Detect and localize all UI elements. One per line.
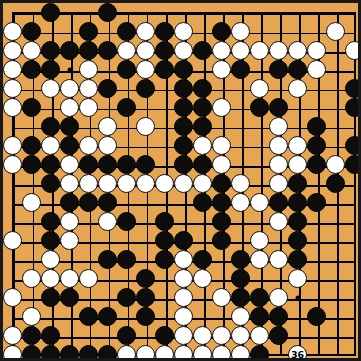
black-stone <box>98 193 117 212</box>
white-stone <box>269 174 288 193</box>
white-stone <box>269 250 288 269</box>
black-stone <box>345 136 361 155</box>
black-stone <box>307 155 326 174</box>
black-stone <box>193 79 212 98</box>
white-stone <box>41 79 60 98</box>
white-stone <box>174 345 193 361</box>
white-stone <box>269 155 288 174</box>
black-stone <box>174 79 193 98</box>
black-stone <box>60 41 79 60</box>
black-stone <box>136 269 155 288</box>
white-stone <box>79 174 98 193</box>
white-stone <box>117 345 136 361</box>
black-stone <box>345 155 361 174</box>
black-stone <box>22 22 41 41</box>
white-stone <box>174 41 193 60</box>
white-stone <box>231 345 250 361</box>
white-stone <box>3 22 22 41</box>
white-stone <box>269 117 288 136</box>
white-stone <box>22 269 41 288</box>
black-stone <box>41 212 60 231</box>
black-stone <box>22 155 41 174</box>
black-stone <box>117 288 136 307</box>
black-stone <box>41 41 60 60</box>
black-stone <box>79 307 98 326</box>
white-stone <box>288 79 307 98</box>
black-stone <box>193 155 212 174</box>
black-stone <box>193 250 212 269</box>
black-stone <box>60 345 79 361</box>
black-stone <box>41 3 60 22</box>
black-stone <box>193 117 212 136</box>
black-stone <box>269 326 288 345</box>
black-stone <box>155 326 174 345</box>
white-stone <box>60 212 79 231</box>
white-stone <box>250 41 269 60</box>
black-stone <box>250 307 269 326</box>
white-stone <box>174 288 193 307</box>
black-stone <box>41 155 60 174</box>
white-stone <box>250 193 269 212</box>
black-stone <box>193 98 212 117</box>
black-stone <box>79 155 98 174</box>
white-stone <box>3 41 22 60</box>
white-stone <box>136 345 155 361</box>
white-stone <box>250 79 269 98</box>
white-stone <box>136 117 155 136</box>
white-stone <box>307 41 326 60</box>
white-stone <box>288 41 307 60</box>
white-stone: 36 <box>288 345 307 361</box>
white-stone <box>3 345 22 361</box>
white-stone <box>326 155 345 174</box>
white-stone <box>288 136 307 155</box>
black-stone <box>155 22 174 41</box>
white-stone <box>136 22 155 41</box>
white-stone <box>174 250 193 269</box>
white-stone <box>3 136 22 155</box>
white-stone <box>212 41 231 60</box>
white-stone <box>60 79 79 98</box>
black-stone <box>136 288 155 307</box>
white-stone <box>231 193 250 212</box>
white-stone <box>136 174 155 193</box>
white-stone <box>136 60 155 79</box>
black-stone <box>307 193 326 212</box>
black-stone <box>250 288 269 307</box>
black-stone <box>22 60 41 79</box>
white-stone <box>345 41 361 60</box>
white-stone <box>22 193 41 212</box>
black-stone <box>288 60 307 79</box>
black-stone <box>155 231 174 250</box>
white-stone <box>3 98 22 117</box>
white-stone <box>60 231 79 250</box>
white-stone <box>117 41 136 60</box>
white-stone <box>288 155 307 174</box>
black-stone <box>269 98 288 117</box>
black-stone <box>250 345 269 361</box>
black-stone <box>117 22 136 41</box>
black-stone <box>98 250 117 269</box>
white-stone <box>174 174 193 193</box>
black-stone <box>212 193 231 212</box>
white-stone <box>3 231 22 250</box>
black-stone <box>231 250 250 269</box>
white-stone <box>155 174 174 193</box>
black-stone <box>288 250 307 269</box>
white-stone <box>3 326 22 345</box>
white-stone <box>60 155 79 174</box>
white-stone <box>174 307 193 326</box>
black-stone <box>155 250 174 269</box>
white-stone <box>79 79 98 98</box>
move-number-label: 36 <box>289 346 306 361</box>
black-stone <box>212 22 231 41</box>
black-stone <box>269 60 288 79</box>
black-stone <box>269 193 288 212</box>
white-stone <box>117 174 136 193</box>
white-stone <box>212 60 231 79</box>
black-stone <box>60 117 79 136</box>
white-stone <box>212 155 231 174</box>
white-stone <box>79 98 98 117</box>
black-stone <box>288 193 307 212</box>
black-stone <box>326 174 345 193</box>
black-stone <box>22 136 41 155</box>
white-stone <box>326 22 345 41</box>
black-stone <box>231 288 250 307</box>
white-stone <box>79 269 98 288</box>
black-stone <box>193 41 212 60</box>
white-stone <box>269 212 288 231</box>
white-stone <box>269 136 288 155</box>
white-stone <box>41 136 60 155</box>
black-stone <box>60 136 79 155</box>
black-stone <box>22 326 41 345</box>
white-stone <box>136 41 155 60</box>
white-stone <box>60 174 79 193</box>
black-stone <box>174 136 193 155</box>
black-stone <box>288 212 307 231</box>
black-stone <box>22 345 41 361</box>
black-stone <box>288 231 307 250</box>
white-stone <box>212 345 231 361</box>
white-stone <box>79 60 98 79</box>
white-stone <box>60 269 79 288</box>
white-stone <box>98 212 117 231</box>
white-stone <box>193 269 212 288</box>
black-stone <box>212 212 231 231</box>
black-stone <box>307 117 326 136</box>
black-stone <box>307 307 326 326</box>
white-stone <box>250 250 269 269</box>
white-stone <box>22 41 41 60</box>
black-stone <box>288 174 307 193</box>
black-stone <box>22 98 41 117</box>
black-stone <box>174 231 193 250</box>
white-stone <box>3 79 22 98</box>
black-stone <box>41 345 60 361</box>
white-stone <box>174 326 193 345</box>
black-stone <box>41 60 60 79</box>
white-stone <box>41 269 60 288</box>
black-stone <box>60 288 79 307</box>
go-board[interactable]: 36 <box>0 0 361 361</box>
black-stone <box>155 41 174 60</box>
white-stone <box>3 155 22 174</box>
black-stone <box>117 250 136 269</box>
white-stone <box>212 326 231 345</box>
white-stone <box>98 174 117 193</box>
white-stone <box>212 288 231 307</box>
black-stone <box>345 98 361 117</box>
black-stone <box>174 98 193 117</box>
black-stone <box>41 326 60 345</box>
black-stone <box>117 98 136 117</box>
black-stone <box>79 41 98 60</box>
black-stone <box>307 136 326 155</box>
white-stone <box>269 288 288 307</box>
white-stone <box>250 231 269 250</box>
black-stone <box>79 345 98 361</box>
white-stone <box>193 174 212 193</box>
white-stone <box>231 22 250 41</box>
white-stone <box>98 136 117 155</box>
white-stone <box>231 326 250 345</box>
white-stone <box>269 41 288 60</box>
black-stone <box>174 155 193 174</box>
black-stone <box>117 212 136 231</box>
black-stone <box>60 193 79 212</box>
black-stone <box>41 174 60 193</box>
white-stone <box>212 136 231 155</box>
black-stone <box>98 155 117 174</box>
white-stone <box>307 60 326 79</box>
black-stone <box>155 60 174 79</box>
star-point <box>295 295 300 300</box>
black-stone <box>41 117 60 136</box>
white-stone <box>3 60 22 79</box>
white-stone <box>174 22 193 41</box>
white-stone <box>250 326 269 345</box>
black-stone <box>212 174 231 193</box>
white-stone <box>231 41 250 60</box>
white-stone <box>155 345 174 361</box>
black-stone <box>117 60 136 79</box>
white-stone <box>193 326 212 345</box>
black-stone <box>41 231 60 250</box>
black-stone <box>98 3 117 22</box>
black-stone <box>136 307 155 326</box>
white-stone <box>41 250 60 269</box>
black-stone <box>250 98 269 117</box>
white-stone <box>60 98 79 117</box>
white-stone <box>79 136 98 155</box>
black-stone <box>174 117 193 136</box>
black-stone <box>212 231 231 250</box>
white-stone <box>3 288 22 307</box>
black-stone <box>174 60 193 79</box>
black-stone <box>155 212 174 231</box>
white-stone <box>98 117 117 136</box>
white-stone <box>231 174 250 193</box>
black-stone <box>345 79 361 98</box>
black-stone <box>231 269 250 288</box>
black-stone <box>117 326 136 345</box>
white-stone <box>212 98 231 117</box>
white-stone <box>174 269 193 288</box>
black-stone <box>79 193 98 212</box>
black-stone <box>231 60 250 79</box>
black-stone <box>269 307 288 326</box>
black-stone <box>117 155 136 174</box>
black-stone <box>98 41 117 60</box>
white-stone <box>22 307 41 326</box>
black-stone <box>98 345 117 361</box>
star-point <box>67 67 72 72</box>
white-stone <box>193 345 212 361</box>
white-stone <box>288 269 307 288</box>
black-stone <box>193 193 212 212</box>
black-stone <box>136 79 155 98</box>
black-stone <box>79 22 98 41</box>
black-stone <box>136 155 155 174</box>
black-stone <box>41 288 60 307</box>
white-stone <box>193 136 212 155</box>
white-stone <box>231 307 250 326</box>
black-stone <box>98 307 117 326</box>
black-stone <box>98 79 117 98</box>
